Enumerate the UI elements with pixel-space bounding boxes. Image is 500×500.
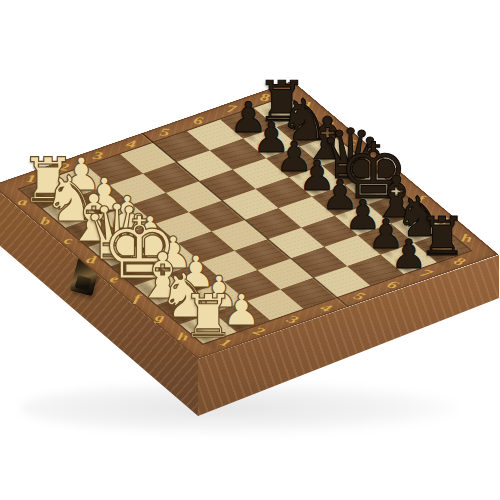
product-photo-stage: aabbccddeeffgghh1122334455667788 ♜♟♞♟♝♟♛…	[0, 0, 500, 500]
piece-white-rook-h1[interactable]: ♜	[179, 287, 238, 346]
piece-black-pawn-h7[interactable]: ♟	[389, 234, 429, 274]
pieces-layer: ♜♟♞♟♝♟♛♟♟♚♜♟♟♝♞♟♟♞♝♟♟♜♛♟♟♚♟♝♟♞♟♜	[0, 0, 500, 500]
